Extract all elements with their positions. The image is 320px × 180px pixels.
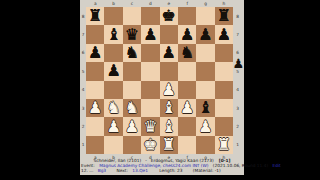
next-label: Next: — [116, 168, 127, 173]
square-d6[interactable] — [141, 44, 159, 62]
white-pawn-piece: ♟ — [180, 99, 194, 117]
coord-label-c: c — [123, 1, 141, 7]
square-c8[interactable] — [123, 7, 141, 25]
square-g7[interactable]: ♟ — [196, 25, 214, 43]
moves-line: 12. ... Bg3 Next: 13.Qe1 Length: 23 (Mat… — [81, 168, 245, 173]
white-king-piece: ♚ — [143, 136, 157, 154]
square-a3[interactable]: ♟ — [86, 99, 104, 117]
black-pawn-piece: ♟ — [217, 26, 231, 44]
square-c5[interactable] — [123, 62, 141, 80]
black-pawn-piece: ♟ — [180, 26, 194, 44]
coord-label-1: 1 — [235, 136, 240, 154]
coord-label-4: 4 — [81, 81, 86, 99]
square-d4[interactable] — [141, 81, 159, 99]
square-b8[interactable] — [104, 7, 122, 25]
white-rook-piece: ♜ — [162, 136, 176, 154]
square-f3[interactable]: ♟ — [178, 99, 196, 117]
square-b7[interactable]: ♝ — [104, 25, 122, 43]
square-g6[interactable] — [196, 44, 214, 62]
coord-label-g: g — [196, 1, 214, 7]
coord-label-6: 6 — [81, 44, 86, 62]
coord-label-2: 2 — [81, 117, 86, 135]
square-a2[interactable] — [86, 117, 104, 135]
white-queen-piece: ♛ — [143, 118, 157, 136]
square-g5[interactable] — [196, 62, 214, 80]
square-c2[interactable]: ♟ — [123, 117, 141, 135]
last-move-link[interactable]: Bg3 — [98, 168, 106, 173]
captured-black-pawn-margin-piece: ♟ — [233, 57, 245, 71]
square-b4[interactable] — [104, 81, 122, 99]
square-d7[interactable]: ♟ — [141, 25, 159, 43]
coord-label-8: 8 — [235, 7, 240, 25]
square-a4[interactable] — [86, 81, 104, 99]
square-b5[interactable]: ♟ — [104, 62, 122, 80]
square-e1[interactable]: ♜ — [160, 136, 178, 154]
square-e3[interactable]: ♝ — [160, 99, 178, 117]
coord-label-2: 2 — [235, 117, 240, 135]
black-knight-piece: ♞ — [180, 44, 194, 62]
square-b6[interactable] — [104, 44, 122, 62]
square-f2[interactable] — [178, 117, 196, 135]
coord-label-3: 3 — [235, 99, 240, 117]
black-rook-piece: ♜ — [88, 7, 102, 25]
file-labels-top: abcdefgh — [86, 1, 234, 7]
edit-link[interactable]: Edit — [272, 163, 280, 168]
square-f5[interactable] — [178, 62, 196, 80]
white-bishop-piece: ♝ — [162, 99, 176, 117]
coord-label-8: 8 — [81, 7, 86, 25]
square-e8[interactable]: ♚ — [160, 7, 178, 25]
coord-label-a: a — [86, 1, 104, 7]
chess-diagram-panel: abcdefgh ♜♚♜♝♛♟♟♟♟♟♞♟♞♟♟♟♞♞♝♟♝♟♟♛♝♟♚♜♜ a… — [80, 0, 244, 175]
black-bishop-piece: ♝ — [106, 26, 120, 44]
square-a6[interactable]: ♟ — [86, 44, 104, 62]
square-h2[interactable] — [215, 117, 233, 135]
square-f6[interactable]: ♞ — [178, 44, 196, 62]
black-pawn-piece: ♟ — [88, 44, 102, 62]
black-bishop-piece: ♝ — [198, 99, 212, 117]
coord-label-7: 7 — [235, 25, 240, 43]
square-g1[interactable] — [196, 136, 214, 154]
black-queen-piece: ♛ — [125, 26, 139, 44]
square-e6[interactable]: ♟ — [160, 44, 178, 62]
square-f1[interactable] — [178, 136, 196, 154]
square-h8[interactable]: ♜ — [215, 7, 233, 25]
square-d8[interactable] — [141, 7, 159, 25]
chess-board: ♜♚♜♝♛♟♟♟♟♟♞♟♞♟♟♟♞♞♝♟♝♟♟♛♝♟♚♜♜ — [86, 7, 233, 154]
video-frame: abcdefgh ♜♚♜♝♛♟♟♟♟♟♞♟♞♟♟♟♞♞♝♟♝♟♟♛♝♟♚♜♜ a… — [0, 0, 320, 180]
square-a1[interactable] — [86, 136, 104, 154]
square-g8[interactable] — [196, 7, 214, 25]
square-h5[interactable] — [215, 62, 233, 80]
square-d5[interactable] — [141, 62, 159, 80]
square-g4[interactable] — [196, 81, 214, 99]
square-c3[interactable]: ♞ — [123, 99, 141, 117]
white-pawn-piece: ♟ — [106, 118, 120, 136]
game-length: Length: 23 — [159, 168, 182, 173]
black-pawn-piece: ♟ — [143, 26, 157, 44]
square-c7[interactable]: ♛ — [123, 25, 141, 43]
square-e7[interactable] — [160, 25, 178, 43]
square-b2[interactable]: ♟ — [104, 117, 122, 135]
square-a5[interactable] — [86, 62, 104, 80]
square-f7[interactable]: ♟ — [178, 25, 196, 43]
coord-label-h: h — [215, 1, 233, 7]
white-rook-piece: ♜ — [217, 136, 231, 154]
square-a7[interactable] — [86, 25, 104, 43]
coord-label-d: d — [141, 1, 159, 7]
rank-labels-right: 87654321 — [235, 7, 240, 155]
square-c6[interactable]: ♞ — [123, 44, 141, 62]
square-b3[interactable]: ♞ — [104, 99, 122, 117]
square-b1[interactable] — [104, 136, 122, 154]
white-pawn-piece: ♟ — [88, 99, 102, 117]
square-c4[interactable] — [123, 81, 141, 99]
black-king-piece: ♚ — [162, 7, 176, 25]
square-f8[interactable] — [178, 7, 196, 25]
square-e5[interactable] — [160, 62, 178, 80]
white-pawn-piece: ♟ — [125, 118, 139, 136]
white-knight-piece: ♞ — [125, 99, 139, 117]
coord-label-4: 4 — [235, 81, 240, 99]
coord-label-e: e — [160, 1, 178, 7]
square-h3[interactable] — [215, 99, 233, 117]
next-move-link[interactable]: 13.Qe1 — [132, 168, 148, 173]
square-g3[interactable]: ♝ — [196, 99, 214, 117]
square-d1[interactable]: ♚ — [141, 136, 159, 154]
black-rook-piece: ♜ — [217, 7, 231, 25]
square-h1[interactable]: ♜ — [215, 136, 233, 154]
square-f4[interactable] — [178, 81, 196, 99]
coord-label-7: 7 — [81, 25, 86, 43]
material-balance: (Material: -1) — [193, 168, 221, 173]
black-knight-piece: ♞ — [125, 44, 139, 62]
square-e4[interactable]: ♟ — [160, 81, 178, 99]
square-g2[interactable]: ♟ — [196, 117, 214, 135]
coord-label-f: f — [178, 1, 196, 7]
black-pawn-piece: ♟ — [106, 62, 120, 80]
square-c1[interactable] — [123, 136, 141, 154]
coord-label-b: b — [104, 1, 122, 7]
white-knight-piece: ♞ — [106, 99, 120, 117]
black-pawn-piece: ♟ — [198, 26, 212, 44]
square-d2[interactable]: ♛ — [141, 117, 159, 135]
square-h7[interactable]: ♟ — [215, 25, 233, 43]
white-pawn-piece: ♟ — [198, 118, 212, 136]
coord-label-3: 3 — [81, 99, 86, 117]
square-h6[interactable] — [215, 44, 233, 62]
black-pawn-piece: ♟ — [162, 44, 176, 62]
coord-label-5: 5 — [81, 62, 86, 80]
square-d3[interactable] — [141, 99, 159, 117]
rank-labels-left: 87654321 — [81, 7, 86, 155]
coord-label-1: 1 — [81, 136, 86, 154]
square-e2[interactable]: ♝ — [160, 117, 178, 135]
white-bishop-piece: ♝ — [162, 118, 176, 136]
last-move-number: 12. ... — [81, 168, 93, 173]
white-pawn-piece: ♟ — [162, 81, 176, 99]
square-a8[interactable]: ♜ — [86, 7, 104, 25]
square-h4[interactable] — [215, 81, 233, 99]
